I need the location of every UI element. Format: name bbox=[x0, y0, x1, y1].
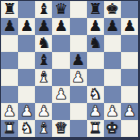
black-pawn-icon[interactable]: ♟ bbox=[123, 19, 136, 34]
square-b5[interactable] bbox=[18, 52, 35, 69]
white-pawn-icon[interactable]: ♟ bbox=[106, 104, 119, 119]
square-b3[interactable] bbox=[18, 86, 35, 103]
square-f3[interactable]: ♞ bbox=[87, 86, 104, 103]
square-e3[interactable] bbox=[70, 86, 87, 103]
square-a1[interactable]: ♜ bbox=[1, 120, 18, 137]
square-c6[interactable]: ♞ bbox=[35, 35, 52, 52]
square-g3[interactable] bbox=[104, 86, 121, 103]
square-b1[interactable]: ♞ bbox=[18, 120, 35, 137]
black-pawn-icon[interactable]: ♟ bbox=[71, 53, 84, 68]
square-d3[interactable]: ♟ bbox=[52, 86, 69, 103]
square-c2[interactable]: ♟ bbox=[35, 103, 52, 120]
square-e5[interactable]: ♟ bbox=[70, 52, 87, 69]
square-f2[interactable]: ♟ bbox=[87, 103, 104, 120]
white-pawn-icon[interactable]: ♟ bbox=[54, 87, 67, 102]
square-h4[interactable] bbox=[121, 69, 138, 86]
white-rook-icon[interactable]: ♜ bbox=[3, 121, 16, 136]
square-c7[interactable]: ♟ bbox=[35, 18, 52, 35]
white-rook-icon[interactable]: ♜ bbox=[88, 121, 101, 136]
square-h2[interactable]: ♟ bbox=[121, 103, 138, 120]
square-e6[interactable] bbox=[70, 35, 87, 52]
square-a3[interactable] bbox=[1, 86, 18, 103]
black-bishop-icon[interactable]: ♝ bbox=[37, 53, 50, 68]
white-pawn-icon[interactable]: ♟ bbox=[37, 104, 50, 119]
square-c3[interactable] bbox=[35, 86, 52, 103]
black-rook-icon[interactable]: ♜ bbox=[3, 2, 16, 17]
square-h1[interactable] bbox=[121, 120, 138, 137]
black-queen-icon[interactable]: ♛ bbox=[54, 2, 67, 17]
square-g8[interactable]: ♚ bbox=[104, 1, 121, 18]
white-pawn-icon[interactable]: ♟ bbox=[3, 104, 16, 119]
black-pawn-icon[interactable]: ♟ bbox=[106, 19, 119, 34]
square-c8[interactable]: ♝ bbox=[35, 1, 52, 18]
chess-board: ♜♝♛♜♚♟♟♟♟♟♟♟♞♞♝♟♝♟♟♞♟♟♟♟♟♟♜♞♝♛♜♚ bbox=[0, 0, 140, 140]
square-g4[interactable] bbox=[104, 69, 121, 86]
square-b6[interactable] bbox=[18, 35, 35, 52]
black-pawn-icon[interactable]: ♟ bbox=[37, 19, 50, 34]
square-g7[interactable]: ♟ bbox=[104, 18, 121, 35]
square-h8[interactable] bbox=[121, 1, 138, 18]
black-rook-icon[interactable]: ♜ bbox=[88, 2, 101, 17]
square-a4[interactable] bbox=[1, 69, 18, 86]
square-f4[interactable] bbox=[87, 69, 104, 86]
black-king-icon[interactable]: ♚ bbox=[106, 2, 119, 17]
black-pawn-icon[interactable]: ♟ bbox=[54, 19, 67, 34]
square-h6[interactable] bbox=[121, 35, 138, 52]
square-d7[interactable]: ♟ bbox=[52, 18, 69, 35]
square-d1[interactable]: ♛ bbox=[52, 120, 69, 137]
white-knight-icon[interactable]: ♞ bbox=[88, 87, 101, 102]
square-g1[interactable]: ♚ bbox=[104, 120, 121, 137]
square-a2[interactable]: ♟ bbox=[1, 103, 18, 120]
square-c4[interactable]: ♝ bbox=[35, 69, 52, 86]
white-bishop-icon[interactable]: ♝ bbox=[37, 70, 50, 85]
white-knight-icon[interactable]: ♞ bbox=[20, 121, 33, 136]
square-f8[interactable]: ♜ bbox=[87, 1, 104, 18]
square-b2[interactable]: ♟ bbox=[18, 103, 35, 120]
square-f1[interactable]: ♜ bbox=[87, 120, 104, 137]
square-e7[interactable] bbox=[70, 18, 87, 35]
square-d6[interactable] bbox=[52, 35, 69, 52]
black-knight-icon[interactable]: ♞ bbox=[37, 36, 50, 51]
square-f5[interactable] bbox=[87, 52, 104, 69]
white-pawn-icon[interactable]: ♟ bbox=[88, 104, 101, 119]
white-pawn-icon[interactable]: ♟ bbox=[123, 104, 136, 119]
black-pawn-icon[interactable]: ♟ bbox=[88, 19, 101, 34]
square-b4[interactable] bbox=[18, 69, 35, 86]
square-a8[interactable]: ♜ bbox=[1, 1, 18, 18]
square-g6[interactable] bbox=[104, 35, 121, 52]
square-h7[interactable]: ♟ bbox=[121, 18, 138, 35]
square-a7[interactable]: ♟ bbox=[1, 18, 18, 35]
black-pawn-icon[interactable]: ♟ bbox=[3, 19, 16, 34]
square-c1[interactable]: ♝ bbox=[35, 120, 52, 137]
square-b8[interactable] bbox=[18, 1, 35, 18]
white-bishop-icon[interactable]: ♝ bbox=[37, 121, 50, 136]
square-d8[interactable]: ♛ bbox=[52, 1, 69, 18]
square-g2[interactable]: ♟ bbox=[104, 103, 121, 120]
square-e4[interactable]: ♟ bbox=[70, 69, 87, 86]
square-a6[interactable] bbox=[1, 35, 18, 52]
white-queen-icon[interactable]: ♛ bbox=[54, 121, 67, 136]
square-d4[interactable] bbox=[52, 69, 69, 86]
square-f6[interactable]: ♞ bbox=[87, 35, 104, 52]
square-b7[interactable]: ♟ bbox=[18, 18, 35, 35]
square-a5[interactable] bbox=[1, 52, 18, 69]
square-d5[interactable] bbox=[52, 52, 69, 69]
square-g5[interactable] bbox=[104, 52, 121, 69]
square-c5[interactable]: ♝ bbox=[35, 52, 52, 69]
black-bishop-icon[interactable]: ♝ bbox=[37, 2, 50, 17]
white-pawn-icon[interactable]: ♟ bbox=[20, 104, 33, 119]
square-d2[interactable] bbox=[52, 103, 69, 120]
black-pawn-icon[interactable]: ♟ bbox=[20, 19, 33, 34]
square-h3[interactable] bbox=[121, 86, 138, 103]
white-pawn-icon[interactable]: ♟ bbox=[71, 70, 84, 85]
black-knight-icon[interactable]: ♞ bbox=[88, 36, 101, 51]
square-e1[interactable] bbox=[70, 120, 87, 137]
square-e8[interactable] bbox=[70, 1, 87, 18]
square-e2[interactable] bbox=[70, 103, 87, 120]
square-h5[interactable] bbox=[121, 52, 138, 69]
white-king-icon[interactable]: ♚ bbox=[106, 121, 119, 136]
square-f7[interactable]: ♟ bbox=[87, 18, 104, 35]
